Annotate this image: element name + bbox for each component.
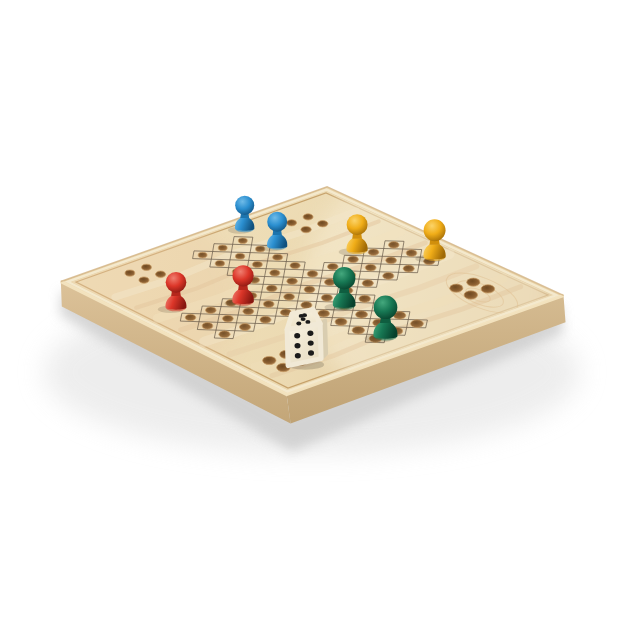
home-hole-left [142,264,152,270]
home-hole-right [481,285,495,293]
die-pip [302,313,307,317]
peg-head [424,219,446,241]
home-hole-left [156,271,166,277]
peg-head [347,214,368,235]
home-hole-right [450,284,463,292]
die-pip [294,333,300,338]
home-hole-top [318,221,328,227]
die-pip [305,320,310,324]
home-hole-top [303,214,313,220]
peg-head [333,267,355,289]
peg-head [166,272,187,293]
ludo-product-photo: Wooden mini Ludo travel board with eight… [0,0,635,635]
die-pip [301,317,306,321]
home-hole-left [139,277,149,283]
die-pip [308,350,314,355]
peg-head [235,196,254,215]
die-pip [295,353,301,358]
home-hole-right [467,278,480,286]
die-pip [308,340,314,345]
die-pip [295,343,301,348]
peg-head [267,212,287,232]
home-hole-right [464,291,478,299]
peg-head [232,265,253,286]
peg-head [374,295,398,319]
ludo-scene-svg [0,0,635,635]
die-front-face [287,324,321,366]
die-pip [296,322,301,326]
home-hole-top [301,226,311,232]
home-hole-bottom [263,356,276,364]
home-hole-top [287,220,297,226]
die[interactable] [286,310,326,370]
die-pip [307,331,313,336]
home-hole-left [125,270,135,276]
